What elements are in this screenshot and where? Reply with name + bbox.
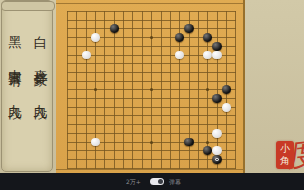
star-point bbox=[206, 88, 209, 91]
grid-horizontal-line bbox=[67, 98, 236, 99]
grid-horizontal-line bbox=[67, 107, 236, 108]
board-top-edge bbox=[56, 3, 243, 4]
black-stone bbox=[175, 33, 184, 42]
channel-seal: 小 角 bbox=[276, 141, 294, 169]
black-stone bbox=[222, 85, 231, 94]
grid-vertical-line bbox=[170, 11, 171, 169]
white-player-rank: 九段 bbox=[34, 94, 48, 98]
white-stone bbox=[212, 146, 221, 155]
grid-vertical-line bbox=[198, 11, 199, 169]
black-player-column: 黑 申真谞 九段 bbox=[8, 25, 22, 98]
white-player-name: 辜梓豪 bbox=[34, 58, 48, 64]
seal-bottom-character: 角 bbox=[280, 156, 290, 166]
white-stone bbox=[82, 51, 91, 60]
grid-horizontal-line bbox=[67, 133, 236, 134]
black-stone bbox=[203, 146, 212, 155]
white-stone bbox=[91, 33, 100, 42]
player-scroll-panel: 白 辜梓豪 九段 黑 申真谞 九段 bbox=[1, 0, 53, 172]
danmaku-label: 弹幕 bbox=[169, 179, 181, 185]
white-color-label: 白 bbox=[34, 25, 48, 27]
black-stone bbox=[184, 138, 193, 147]
star-point bbox=[206, 141, 209, 144]
grid-vertical-line bbox=[217, 11, 218, 169]
black-stone bbox=[184, 24, 193, 33]
star-point bbox=[94, 88, 97, 91]
white-stone bbox=[212, 51, 221, 60]
grid-horizontal-line bbox=[67, 168, 236, 169]
black-stone bbox=[203, 33, 212, 42]
star-point bbox=[150, 88, 153, 91]
scroll-roller-decoration bbox=[1, 1, 55, 11]
grid-horizontal-line bbox=[67, 124, 236, 125]
black-stone bbox=[110, 24, 119, 33]
go-board bbox=[56, 0, 245, 173]
last-move-marker bbox=[215, 158, 219, 162]
black-player-name: 申真谞 bbox=[8, 58, 22, 64]
black-player-rank: 九段 bbox=[8, 94, 22, 98]
black-color-label: 黑 bbox=[8, 25, 22, 27]
white-stone bbox=[175, 51, 184, 60]
grid-horizontal-line bbox=[67, 115, 236, 116]
star-point bbox=[150, 141, 153, 144]
white-stone bbox=[222, 103, 231, 112]
danmaku-count: 2万+ bbox=[126, 179, 141, 185]
star-point bbox=[150, 36, 153, 39]
grid-horizontal-line bbox=[67, 159, 236, 160]
white-stone bbox=[203, 51, 212, 60]
black-stone bbox=[212, 94, 221, 103]
board-bottom-edge bbox=[56, 169, 243, 170]
video-frame: 白 辜梓豪 九段 黑 申真谞 九段 度 小 角 2万+ 弹幕 bbox=[0, 0, 304, 190]
danmaku-toggle[interactable] bbox=[150, 178, 164, 185]
black-stone bbox=[212, 42, 221, 51]
toggle-knob bbox=[158, 179, 163, 184]
grid-vertical-line bbox=[235, 11, 236, 169]
seal-top-character: 小 bbox=[280, 144, 290, 154]
grid-vertical-line bbox=[161, 11, 162, 169]
white-stone bbox=[212, 129, 221, 138]
video-player-bar: 2万+ 弹幕 bbox=[0, 173, 304, 190]
white-player-column: 白 辜梓豪 九段 bbox=[34, 25, 48, 98]
white-stone bbox=[91, 138, 100, 147]
